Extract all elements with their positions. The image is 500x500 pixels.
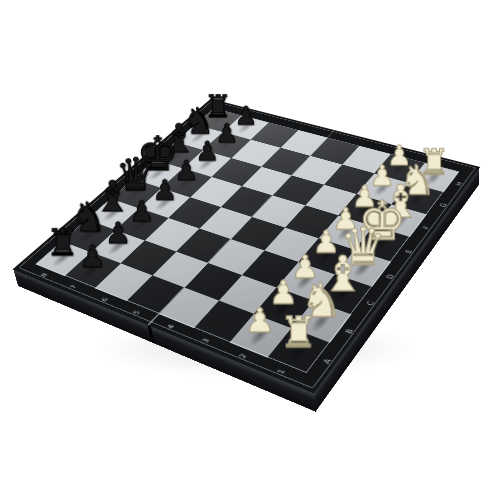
piece-shadow [352,200,377,220]
piece-shadow [74,225,102,245]
piece-shadow [370,179,394,198]
piece-shadow [269,295,298,320]
scene: ♜♞♝♛♚♝♞♜♟♟♟♟♟♟♟♟♟♟♟♟♟♟♟♟♜♞♝♛♚♝♞♜ ABCDEFG… [0,0,500,500]
piece-shadow [349,256,376,279]
piece-shadow [123,184,149,202]
piece-shadow [405,188,429,208]
piece-shadow [291,269,319,293]
piece-shadow [422,168,445,187]
piece-shadow [333,222,359,243]
product-photo-stage: ♜♞♝♛♚♝♞♜♟♟♟♟♟♟♟♟♟♟♟♟♟♟♟♟♜♞♝♛♚♝♞♜ ABCDEFG… [0,0,500,500]
piece-shadow [187,129,211,145]
piece-shadow [104,236,132,257]
piece-shadow [128,214,155,234]
piece-shadow [145,165,170,182]
piece-shadow [234,119,257,134]
piece-shadow [195,155,220,172]
chess-board-assembly: ♜♞♝♛♚♝♞♜♟♟♟♟♟♟♟♟♟♟♟♟♟♟♟♟♜♞♝♛♚♝♞♜ ABCDEFG… [12,99,480,394]
piece-shadow [388,159,411,177]
piece-shadow [207,112,230,127]
piece-shadow [99,204,126,223]
piece-shadow [245,322,275,349]
piece-shadow [313,245,340,267]
piece-shadow [307,308,336,334]
piece-shadow [78,259,107,281]
piece-shadow [388,210,413,231]
piece-shadow [173,174,198,192]
piece-shadow [329,282,357,306]
piece-shadow [283,336,313,364]
piece-black-rook-h8: ♜ [190,58,245,120]
piece-shadow [369,233,395,255]
square-f8: ♝ [155,142,203,168]
piece-shadow [48,248,77,269]
piece-shadow [215,137,239,153]
piece-shadow [151,193,177,212]
piece-shadow [167,147,191,164]
